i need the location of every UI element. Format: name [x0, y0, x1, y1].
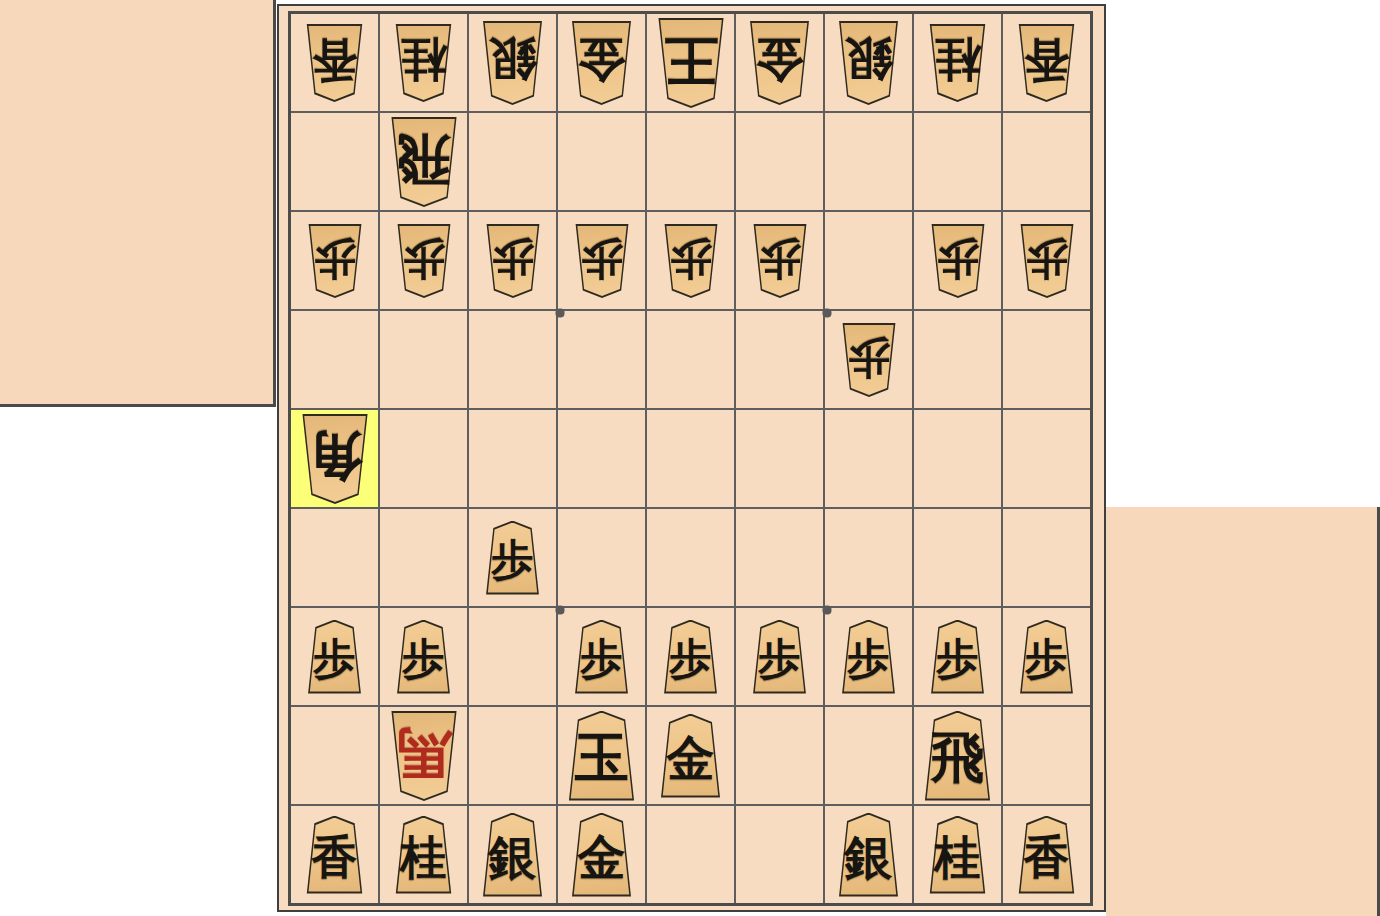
square-3g[interactable]: 歩 [825, 608, 912, 705]
square-9b[interactable] [291, 113, 378, 210]
pawn-kanji: 歩 [305, 224, 365, 298]
piece-sente-pawn-5g[interactable]: 歩 [661, 620, 721, 694]
square-8e[interactable] [380, 410, 467, 507]
knight-kanji: 桂 [926, 24, 989, 102]
square-1a[interactable]: 香 [1003, 14, 1090, 111]
square-4g[interactable]: 歩 [736, 608, 823, 705]
square-1g[interactable]: 歩 [1003, 608, 1090, 705]
square-7a[interactable]: 銀 [469, 14, 556, 111]
square-9i[interactable]: 香 [291, 806, 378, 903]
square-6f[interactable] [558, 509, 645, 606]
square-8b[interactable]: 飛 [380, 113, 467, 210]
square-5e[interactable] [647, 410, 734, 507]
piece-gote-bishop-9e[interactable]: 角 [298, 414, 372, 504]
piece-gote-pawn-4c[interactable]: 歩 [750, 224, 810, 298]
square-3c[interactable] [825, 212, 912, 309]
square-2c[interactable]: 歩 [914, 212, 1001, 309]
piece-gote-pawn-8c[interactable]: 歩 [394, 224, 454, 298]
square-9h[interactable] [291, 707, 378, 804]
square-3f[interactable] [825, 509, 912, 606]
square-8d[interactable] [380, 311, 467, 408]
hoshi-dot [556, 606, 565, 615]
king-kanji: 王 [654, 18, 728, 108]
hoshi-dot [823, 309, 832, 318]
square-7g[interactable] [469, 608, 556, 705]
pawn-kanji: 歩 [1017, 620, 1077, 694]
square-1i[interactable]: 香 [1003, 806, 1090, 903]
square-2h[interactable]: 飛 [914, 707, 1001, 804]
square-7i[interactable]: 銀 [469, 806, 556, 903]
square-5b[interactable] [647, 113, 734, 210]
piece-gote-pawn-1c[interactable]: 歩 [1017, 224, 1077, 298]
piece-gote-knight-8a[interactable]: 桂 [392, 24, 455, 102]
square-3i[interactable]: 銀 [825, 806, 912, 903]
square-5h[interactable]: 金 [647, 707, 734, 804]
square-7c[interactable]: 歩 [469, 212, 556, 309]
square-3b[interactable] [825, 113, 912, 210]
knight-kanji: 桂 [392, 816, 455, 894]
hoshi-dot [823, 606, 832, 615]
square-9c[interactable]: 歩 [291, 212, 378, 309]
square-4c[interactable]: 歩 [736, 212, 823, 309]
piece-sente-pawn-9g[interactable]: 歩 [305, 620, 365, 694]
lance-kanji: 香 [1015, 24, 1078, 102]
square-8a[interactable]: 桂 [380, 14, 467, 111]
pawn-kanji: 歩 [394, 620, 454, 694]
piece-gote-gold-4a[interactable]: 金 [746, 21, 813, 105]
pawn-kanji: 歩 [483, 521, 543, 595]
square-8f[interactable] [380, 509, 467, 606]
shogi-board: 香桂銀金王金銀桂香飛歩歩歩歩歩歩歩歩歩角歩歩歩歩歩歩歩歩歩馬玉金飛香桂銀金銀桂香 [277, 4, 1106, 912]
square-8h[interactable]: 馬 [380, 707, 467, 804]
silver-kanji: 銀 [835, 21, 902, 105]
piece-gote-pawn-7c[interactable]: 歩 [483, 224, 543, 298]
gold-kanji: 金 [568, 21, 635, 105]
pawn-kanji: 歩 [305, 620, 365, 694]
pawn-kanji: 歩 [928, 620, 988, 694]
square-8g[interactable]: 歩 [380, 608, 467, 705]
knight-kanji: 桂 [926, 816, 989, 894]
piece-sente-lance-1i[interactable]: 香 [1015, 816, 1078, 894]
square-6c[interactable]: 歩 [558, 212, 645, 309]
piece-sente-pawn-3g[interactable]: 歩 [839, 620, 899, 694]
piece-gote-pawn-9c[interactable]: 歩 [305, 224, 365, 298]
pawn-kanji: 歩 [928, 224, 988, 298]
piece-gote-lance-1a[interactable]: 香 [1015, 24, 1078, 102]
square-1f[interactable] [1003, 509, 1090, 606]
piece-gote-silver-3a[interactable]: 銀 [835, 21, 902, 105]
sente-captured-tray [1106, 507, 1380, 916]
piece-sente-king-6h[interactable]: 玉 [565, 711, 639, 801]
square-5a[interactable]: 王 [647, 14, 734, 111]
square-4d[interactable] [736, 311, 823, 408]
piece-sente-pawn-2g[interactable]: 歩 [928, 620, 988, 694]
pawn-kanji: 歩 [839, 323, 899, 397]
pawn-kanji: 歩 [394, 224, 454, 298]
pawn-kanji: 歩 [661, 224, 721, 298]
square-2e[interactable] [914, 410, 1001, 507]
piece-sente-pawn-6g[interactable]: 歩 [572, 620, 632, 694]
square-4h[interactable] [736, 707, 823, 804]
square-7d[interactable] [469, 311, 556, 408]
piece-gote-promoted-bishop-8h[interactable]: 馬 [387, 711, 461, 801]
piece-sente-silver-7i[interactable]: 銀 [479, 813, 546, 897]
shogi-app: 香桂銀金王金銀桂香飛歩歩歩歩歩歩歩歩歩角歩歩歩歩歩歩歩歩歩馬玉金飛香桂銀金銀桂香 [0, 0, 1380, 916]
square-3a[interactable]: 銀 [825, 14, 912, 111]
piece-sente-pawn-1g[interactable]: 歩 [1017, 620, 1077, 694]
square-7f[interactable]: 歩 [469, 509, 556, 606]
square-9g[interactable]: 歩 [291, 608, 378, 705]
square-5f[interactable] [647, 509, 734, 606]
square-4b[interactable] [736, 113, 823, 210]
square-7h[interactable] [469, 707, 556, 804]
piece-sente-lance-9i[interactable]: 香 [303, 816, 366, 894]
piece-sente-pawn-4g[interactable]: 歩 [750, 620, 810, 694]
pawn-kanji: 歩 [572, 224, 632, 298]
piece-sente-rook-2h[interactable]: 飛 [921, 711, 995, 801]
square-4a[interactable]: 金 [736, 14, 823, 111]
silver-kanji: 銀 [835, 813, 902, 897]
square-1h[interactable] [1003, 707, 1090, 804]
piece-sente-gold-5h[interactable]: 金 [657, 714, 724, 798]
square-2b[interactable] [914, 113, 1001, 210]
square-2g[interactable]: 歩 [914, 608, 1001, 705]
square-3h[interactable] [825, 707, 912, 804]
board-grid: 香桂銀金王金銀桂香飛歩歩歩歩歩歩歩歩歩角歩歩歩歩歩歩歩歩歩馬玉金飛香桂銀金銀桂香 [288, 11, 1093, 906]
square-1d[interactable] [1003, 311, 1090, 408]
piece-gote-pawn-5c[interactable]: 歩 [661, 224, 721, 298]
square-9e[interactable]: 角 [291, 410, 378, 507]
silver-kanji: 銀 [479, 21, 546, 105]
square-6a[interactable]: 金 [558, 14, 645, 111]
square-3e[interactable] [825, 410, 912, 507]
square-7e[interactable] [469, 410, 556, 507]
lance-kanji: 香 [303, 816, 366, 894]
promoted-bishop-kanji: 馬 [387, 711, 461, 801]
gold-kanji: 金 [568, 813, 635, 897]
piece-sente-pawn-7f[interactable]: 歩 [483, 521, 543, 595]
square-6h[interactable]: 玉 [558, 707, 645, 804]
pawn-kanji: 歩 [661, 620, 721, 694]
gote-captured-tray [0, 0, 276, 407]
piece-sente-pawn-8g[interactable]: 歩 [394, 620, 454, 694]
piece-gote-silver-7a[interactable]: 銀 [479, 21, 546, 105]
gold-kanji: 金 [657, 714, 724, 798]
piece-sente-gold-6i[interactable]: 金 [568, 813, 635, 897]
piece-gote-pawn-2c[interactable]: 歩 [928, 224, 988, 298]
pawn-kanji: 歩 [750, 620, 810, 694]
square-5d[interactable] [647, 311, 734, 408]
square-8c[interactable]: 歩 [380, 212, 467, 309]
square-2a[interactable]: 桂 [914, 14, 1001, 111]
piece-gote-pawn-3d[interactable]: 歩 [839, 323, 899, 397]
square-2f[interactable] [914, 509, 1001, 606]
bishop-kanji: 角 [298, 414, 372, 504]
square-1b[interactable] [1003, 113, 1090, 210]
square-8i[interactable]: 桂 [380, 806, 467, 903]
pawn-kanji: 歩 [483, 224, 543, 298]
square-1c[interactable]: 歩 [1003, 212, 1090, 309]
piece-gote-pawn-6c[interactable]: 歩 [572, 224, 632, 298]
pawn-kanji: 歩 [1017, 224, 1077, 298]
piece-sente-silver-3i[interactable]: 銀 [835, 813, 902, 897]
square-2i[interactable]: 桂 [914, 806, 1001, 903]
rook-kanji: 飛 [387, 117, 461, 207]
pawn-kanji: 歩 [750, 224, 810, 298]
knight-kanji: 桂 [392, 24, 455, 102]
square-3d[interactable]: 歩 [825, 311, 912, 408]
square-4e[interactable] [736, 410, 823, 507]
gold-kanji: 金 [746, 21, 813, 105]
square-6g[interactable]: 歩 [558, 608, 645, 705]
square-4f[interactable] [736, 509, 823, 606]
square-6i[interactable]: 金 [558, 806, 645, 903]
rook-kanji: 飛 [921, 711, 995, 801]
square-5g[interactable]: 歩 [647, 608, 734, 705]
piece-gote-lance-9a[interactable]: 香 [303, 24, 366, 102]
piece-gote-knight-2a[interactable]: 桂 [926, 24, 989, 102]
square-7b[interactable] [469, 113, 556, 210]
piece-gote-king-5a[interactable]: 王 [654, 18, 728, 108]
square-9a[interactable]: 香 [291, 14, 378, 111]
piece-gote-rook-8b[interactable]: 飛 [387, 117, 461, 207]
square-2d[interactable] [914, 311, 1001, 408]
piece-sente-knight-8i[interactable]: 桂 [392, 816, 455, 894]
square-6b[interactable] [558, 113, 645, 210]
square-5i[interactable] [647, 806, 734, 903]
square-6e[interactable] [558, 410, 645, 507]
king-kanji: 玉 [565, 711, 639, 801]
hoshi-dot [556, 309, 565, 318]
lance-kanji: 香 [1015, 816, 1078, 894]
square-5c[interactable]: 歩 [647, 212, 734, 309]
square-9d[interactable] [291, 311, 378, 408]
pawn-kanji: 歩 [572, 620, 632, 694]
square-4i[interactable] [736, 806, 823, 903]
pawn-kanji: 歩 [839, 620, 899, 694]
lance-kanji: 香 [303, 24, 366, 102]
square-9f[interactable] [291, 509, 378, 606]
piece-gote-gold-6a[interactable]: 金 [568, 21, 635, 105]
square-1e[interactable] [1003, 410, 1090, 507]
silver-kanji: 銀 [479, 813, 546, 897]
piece-sente-knight-2i[interactable]: 桂 [926, 816, 989, 894]
square-6d[interactable] [558, 311, 645, 408]
